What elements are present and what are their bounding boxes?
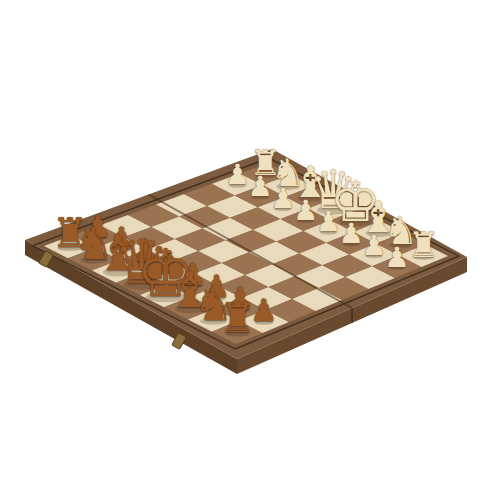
piece-shadow — [231, 308, 249, 313]
piece-shadow — [160, 271, 178, 276]
piece-shadow — [123, 279, 160, 289]
piece-shadow — [339, 217, 373, 227]
piece-shadow — [252, 195, 269, 200]
piece-shadow — [229, 183, 246, 188]
piece-shadow — [81, 256, 108, 264]
piece-shadow — [275, 207, 292, 212]
piece-shadow — [146, 291, 185, 302]
piece-shadow — [365, 230, 391, 237]
piece-shadow — [276, 183, 299, 190]
piece-shadow — [317, 206, 349, 215]
piece-shadow — [58, 245, 82, 252]
piece-shadow — [225, 330, 249, 337]
piece-shadow — [413, 254, 434, 260]
piece-shadow — [366, 253, 383, 258]
piece-shadow — [207, 296, 225, 301]
piece-shadow — [389, 242, 412, 249]
piece-shadow — [175, 305, 205, 313]
piece-shadow — [389, 265, 406, 270]
piece-shadow — [89, 235, 107, 240]
piece-shadow — [136, 259, 154, 264]
piece-shadow — [103, 268, 133, 276]
chess-set-photo: ♜♞♝♛♚♝♞♜♟♟♟♟♟♟♟♟♟♟♟♟♟♟♟♟♜♞♝♛♚♝♞♜ Folding… — [0, 0, 500, 500]
chess-board — [0, 0, 500, 500]
piece-shadow — [297, 218, 314, 223]
piece-shadow — [255, 172, 276, 178]
piece-shadow — [112, 247, 130, 252]
piece-shadow — [320, 230, 337, 235]
piece-shadow — [184, 283, 202, 288]
piece-shadow — [255, 320, 273, 325]
piece-shadow — [343, 242, 360, 247]
piece-shadow — [200, 317, 227, 325]
piece-shadow — [298, 195, 324, 202]
